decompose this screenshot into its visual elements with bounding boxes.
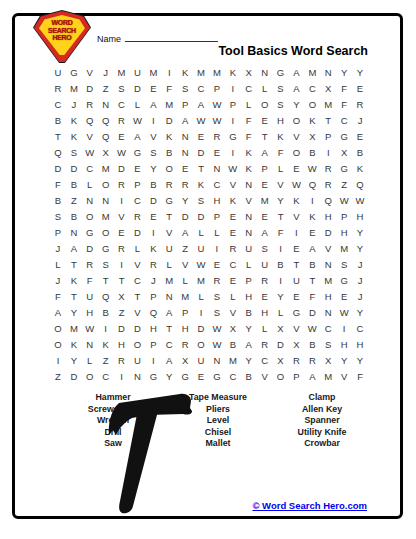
grid-cell-r13c4: S [98,257,114,273]
grid-cell-r11c1: P [50,224,66,240]
grid-cell-r5c9: N [177,128,193,144]
grid-cell-r3c3: R [82,96,98,112]
grid-cell-r8c17: Q [304,176,320,192]
grid-cell-r5c15: K [273,128,289,144]
grid-cell-r16c15: L [273,305,289,321]
grid-cell-r8c20: Q [352,176,368,192]
grid-cell-r7c19: G [336,160,352,176]
grid-cell-r11c18: D [320,224,336,240]
word-search-grid: UGVJMUMIKMMKXNGAMNYYRMDZSDEFSCPICLSACXFE… [50,64,368,385]
grid-cell-r8c4: O [98,176,114,192]
grid-cell-r20c1: Z [50,369,66,385]
grid-cell-r19c18: X [320,353,336,369]
page-title: Tool Basics Word Search [218,44,368,58]
grid-cell-r12c19: M [336,241,352,257]
grid-cell-r2c17: C [304,80,320,96]
grid-cell-r6c18: I [320,144,336,160]
grid-cell-r2c2: M [66,80,82,96]
grid-cell-r3c13: L [241,96,257,112]
grid-cell-r9c19: W [336,192,352,208]
grid-cell-r10c18: H [320,208,336,224]
grid-cell-r19c19: Y [336,353,352,369]
grid-cell-r14c2: K [66,273,82,289]
grid-cell-r19c1: I [50,353,66,369]
grid-cell-r5c20: E [352,128,368,144]
grid-cell-r18c20: H [352,337,368,353]
grid-cell-r7c17: W [304,160,320,176]
grid-cell-r19c9: X [177,353,193,369]
grid-cell-r5c18: P [320,128,336,144]
grid-cell-r9c14: M [257,192,273,208]
grid-cell-r7c9: E [177,160,193,176]
grid-cell-r3c6: L [129,96,145,112]
grid-cell-r12c9: Z [177,241,193,257]
grid-cell-r9c13: V [241,192,257,208]
grid-cell-r11c5: E [114,224,130,240]
grid-cell-r18c11: W [209,337,225,353]
grid-cell-r11c7: I [145,224,161,240]
grid-cell-r1c12: K [225,64,241,80]
grid-cell-r19c2: Y [66,353,82,369]
grid-cell-r17c14: L [257,321,273,337]
grid-cell-r10c17: K [304,208,320,224]
grid-cell-r18c12: B [225,337,241,353]
grid-cell-r7c1: D [50,160,66,176]
grid-cell-r13c13: L [241,257,257,273]
grid-cell-r2c20: E [352,80,368,96]
grid-cell-r20c3: O [82,369,98,385]
grid-cell-r20c4: C [98,369,114,385]
grid-cell-r19c20: Y [352,353,368,369]
grid-cell-r18c7: P [145,337,161,353]
grid-cell-r16c6: V [129,305,145,321]
grid-cell-r5c7: V [145,128,161,144]
grid-cell-r9c17: I [304,192,320,208]
grid-cell-r17c9: H [177,321,193,337]
grid-cell-r13c9: V [177,257,193,273]
grid-cell-r19c7: I [145,353,161,369]
hammer-illustration [92,387,214,515]
grid-cell-r3c18: M [320,96,336,112]
grid-cell-r18c6: O [129,337,145,353]
grid-cell-r15c16: E [288,289,304,305]
grid-cell-r3c1: C [50,96,66,112]
grid-cell-r12c12: R [225,241,241,257]
grid-cell-r7c16: E [288,160,304,176]
grid-cell-r18c14: R [257,337,273,353]
grid-cell-r5c11: R [209,128,225,144]
grid-cell-r1c2: G [66,64,82,80]
grid-cell-r3c12: P [225,96,241,112]
grid-cell-r10c7: E [145,208,161,224]
grid-cell-r18c13: A [241,337,257,353]
grid-cell-r17c7: H [145,321,161,337]
grid-cell-r14c10: M [193,273,209,289]
grid-cell-r13c20: J [352,257,368,273]
grid-cell-r19c3: L [82,353,98,369]
grid-cell-r11c3: G [82,224,98,240]
grid-cell-r14c13: P [241,273,257,289]
grid-cell-r3c16: Y [288,96,304,112]
grid-cell-r7c15: L [273,160,289,176]
grid-cell-r1c19: Y [336,64,352,80]
word-search-hero-logo: WORD SEARCH HERO [33,10,91,63]
grid-cell-r1c14: N [257,64,273,80]
grid-cell-r2c15: S [273,80,289,96]
grid-cell-r13c7: R [145,257,161,273]
grid-cell-r6c14: A [257,144,273,160]
logo-line-word: WORD [33,19,91,27]
grid-cell-r3c11: W [209,96,225,112]
grid-cell-r16c12: V [225,305,241,321]
grid-cell-r2c16: A [288,80,304,96]
grid-cell-r8c10: K [193,176,209,192]
grid-cell-r14c15: I [273,273,289,289]
grid-cell-r19c10: U [193,353,209,369]
grid-cell-r4c4: Q [98,112,114,128]
grid-cell-r15c13: H [241,289,257,305]
grid-cell-r20c5: I [114,369,130,385]
word-item: Allen Key [268,404,376,416]
grid-cell-r1c5: M [114,64,130,80]
grid-cell-r12c4: G [98,241,114,257]
grid-cell-r10c13: N [241,208,257,224]
grid-cell-r12c1: J [50,241,66,257]
grid-cell-r9c10: S [193,192,209,208]
grid-cell-r17c5: D [114,321,130,337]
grid-cell-r4c19: C [336,112,352,128]
grid-cell-r3c15: S [273,96,289,112]
grid-cell-r16c8: A [161,305,177,321]
grid-cell-r5c17: X [304,128,320,144]
grid-cell-r11c19: H [336,224,352,240]
grid-cell-r13c1: L [50,257,66,273]
grid-cell-r10c6: R [129,208,145,224]
grid-cell-r2c18: X [320,80,336,96]
grid-cell-r20c6: N [129,369,145,385]
grid-cell-r7c5: D [114,160,130,176]
grid-cell-r10c15: T [273,208,289,224]
grid-cell-r14c19: G [336,273,352,289]
grid-cell-r16c5: Z [114,305,130,321]
grid-cell-r4c20: J [352,112,368,128]
grid-cell-r1c9: K [177,64,193,80]
grid-cell-r14c12: E [225,273,241,289]
grid-cell-r5c1: T [50,128,66,144]
grid-cell-r13c19: S [336,257,352,273]
grid-cell-r16c7: Q [145,305,161,321]
grid-cell-r14c1: J [50,273,66,289]
grid-cell-r4c16: O [288,112,304,128]
grid-cell-r4c17: K [304,112,320,128]
grid-cell-r3c10: A [193,96,209,112]
grid-cell-r9c3: N [82,192,98,208]
grid-cell-r15c19: E [336,289,352,305]
name-label: Name [97,34,121,44]
grid-cell-r14c4: T [98,273,114,289]
grid-cell-r8c6: P [129,176,145,192]
grid-cell-r15c12: L [225,289,241,305]
grid-cell-r17c20: C [352,321,368,337]
grid-cell-r18c3: N [82,337,98,353]
grid-cell-r6c6: G [129,144,145,160]
grid-cell-r8c2: B [66,176,82,192]
grid-cell-r1c20: Y [352,64,368,80]
grid-cell-r5c5: E [114,128,130,144]
grid-cell-r1c15: G [273,64,289,80]
grid-cell-r17c2: M [66,321,82,337]
word-search-hero-link[interactable]: © Word Search Hero.com [252,500,367,511]
grid-cell-r17c8: T [161,321,177,337]
grid-cell-r17c11: W [209,321,225,337]
grid-cell-r1c10: M [193,64,209,80]
grid-cell-r19c8: A [161,353,177,369]
grid-cell-r17c16: V [288,321,304,337]
grid-cell-r3c14: O [257,96,273,112]
grid-cell-r20c15: O [273,369,289,385]
grid-cell-r17c3: W [82,321,98,337]
grid-cell-r11c17: E [304,224,320,240]
grid-cell-r5c19: G [336,128,352,144]
logo-line-search: SEARCH [33,27,91,35]
grid-cell-r3c7: A [145,96,161,112]
grid-cell-r3c20: R [352,96,368,112]
grid-cell-r11c9: A [177,224,193,240]
grid-cell-r20c7: G [145,369,161,385]
grid-cell-r12c16: E [288,241,304,257]
grid-cell-r9c8: G [161,192,177,208]
grid-cell-r7c4: M [98,160,114,176]
grid-cell-r6c11: E [209,144,225,160]
grid-cell-r14c11: R [209,273,225,289]
grid-cell-r14c5: T [114,273,130,289]
grid-cell-r18c18: S [320,337,336,353]
grid-cell-r12c11: I [209,241,225,257]
grid-cell-r6c16: O [288,144,304,160]
grid-cell-r19c17: R [304,353,320,369]
grid-cell-r1c17: M [304,64,320,80]
grid-cell-r6c4: X [98,144,114,160]
grid-cell-r19c4: Z [98,353,114,369]
grid-cell-r18c4: K [98,337,114,353]
grid-cell-r15c10: L [193,289,209,305]
grid-cell-r15c6: T [129,289,145,305]
grid-cell-r9c16: K [288,192,304,208]
grid-cell-r10c4: M [98,208,114,224]
grid-cell-r12c13: U [241,241,257,257]
grid-cell-r8c14: E [257,176,273,192]
grid-cell-r16c2: Y [66,305,82,321]
grid-cell-r6c10: D [193,144,209,160]
worksheet-page: { "game": "word_search", "title": "Tool … [0,0,416,539]
grid-cell-r12c6: L [129,241,145,257]
grid-cell-r10c8: T [161,208,177,224]
grid-cell-r11c16: I [288,224,304,240]
grid-cell-r7c11: N [209,160,225,176]
grid-cell-r1c3: V [82,64,98,80]
grid-cell-r7c12: W [225,160,241,176]
grid-cell-r17c4: I [98,321,114,337]
grid-cell-r15c9: M [177,289,193,305]
grid-cell-r4c14: E [257,112,273,128]
grid-cell-r20c16: P [288,369,304,385]
grid-cell-r2c3: D [82,80,98,96]
grid-cell-r14c7: J [145,273,161,289]
grid-cell-r11c12: E [225,224,241,240]
grid-cell-r16c19: W [336,305,352,321]
grid-cell-r10c3: O [82,208,98,224]
grid-cell-r6c13: K [241,144,257,160]
grid-cell-r11c2: N [66,224,82,240]
grid-cell-r2c9: S [177,80,193,96]
grid-cell-r6c19: X [336,144,352,160]
grid-cell-r16c17: D [304,305,320,321]
grid-cell-r10c1: S [50,208,66,224]
grid-cell-r8c9: R [177,176,193,192]
grid-cell-r10c5: V [114,208,130,224]
grid-cell-r5c2: K [66,128,82,144]
logo-text: WORD SEARCH HERO [33,19,91,42]
grid-cell-r12c5: R [114,241,130,257]
grid-cell-r17c10: D [193,321,209,337]
grid-cell-r2c1: R [50,80,66,96]
word-item: Crowbar [268,438,376,450]
word-item: Clamp [268,392,376,404]
grid-cell-r16c14: H [257,305,273,321]
grid-cell-r6c9: N [177,144,193,160]
grid-cell-r8c8: R [161,176,177,192]
grid-cell-r18c16: X [288,337,304,353]
grid-cell-r3c17: O [304,96,320,112]
grid-cell-r19c6: U [129,353,145,369]
grid-cell-r20c19: V [336,369,352,385]
grid-cell-r2c7: E [145,80,161,96]
grid-cell-r5c13: F [241,128,257,144]
grid-cell-r11c8: V [161,224,177,240]
grid-cell-r16c9: P [177,305,193,321]
grid-cell-r1c4: J [98,64,114,80]
grid-cell-r14c16: U [288,273,304,289]
grid-cell-r7c7: Y [145,160,161,176]
grid-cell-r15c8: N [161,289,177,305]
grid-cell-r17c18: C [320,321,336,337]
grid-cell-r3c2: J [66,96,82,112]
grid-cell-r20c20: F [352,369,368,385]
grid-cell-r11c15: F [273,224,289,240]
grid-cell-r13c18: N [320,257,336,273]
grid-cell-r7c8: O [161,160,177,176]
grid-cell-r7c20: K [352,160,368,176]
grid-cell-r11c6: D [129,224,145,240]
grid-cell-r2c19: F [336,80,352,96]
grid-cell-r10c11: P [209,208,225,224]
grid-cell-r4c15: H [273,112,289,128]
grid-cell-r2c5: S [114,80,130,96]
grid-cell-r6c15: F [273,144,289,160]
grid-cell-r6c20: B [352,144,368,160]
grid-cell-r1c1: U [50,64,66,80]
grid-cell-r4c10: W [193,112,209,128]
grid-cell-r19c12: M [225,353,241,369]
grid-cell-r17c17: W [304,321,320,337]
grid-cell-r13c5: I [114,257,130,273]
grid-cell-r5c4: Q [98,128,114,144]
grid-cell-r16c16: G [288,305,304,321]
grid-cell-r6c3: W [82,144,98,160]
grid-cell-r17c13: Y [241,321,257,337]
grid-cell-r15c17: F [304,289,320,305]
grid-cell-r13c2: T [66,257,82,273]
grid-cell-r19c13: Y [241,353,257,369]
word-item: Utility Knife [268,427,376,439]
grid-cell-r14c9: L [177,273,193,289]
grid-cell-r5c14: T [257,128,273,144]
grid-cell-r2c14: L [257,80,273,96]
grid-cell-r19c11: N [209,353,225,369]
grid-cell-r20c18: M [320,369,336,385]
grid-cell-r8c16: W [288,176,304,192]
grid-cell-r8c11: C [209,176,225,192]
grid-cell-r3c8: M [161,96,177,112]
grid-cell-r12c7: K [145,241,161,257]
grid-cell-r16c20: Y [352,305,368,321]
grid-cell-r10c2: B [66,208,82,224]
grid-cell-r2c4: Z [98,80,114,96]
grid-cell-r4c3: Q [82,112,98,128]
grid-cell-r8c7: B [145,176,161,192]
grid-cell-r4c9: A [177,112,193,128]
grid-cell-r2c6: D [129,80,145,96]
grid-cell-r13c16: T [288,257,304,273]
grid-cell-r17c15: X [273,321,289,337]
grid-cell-r8c12: V [225,176,241,192]
grid-cell-r16c13: B [241,305,257,321]
grid-cell-r14c14: R [257,273,273,289]
grid-cell-r8c15: V [273,176,289,192]
grid-cell-r14c18: M [320,273,336,289]
grid-cell-r4c11: W [209,112,225,128]
grid-cell-r4c18: T [320,112,336,128]
grid-cell-r18c17: B [304,337,320,353]
grid-cell-r1c8: I [161,64,177,80]
grid-cell-r15c14: E [257,289,273,305]
grid-cell-r5c3: V [82,128,98,144]
grid-cell-r4c5: R [114,112,130,128]
grid-cell-r15c4: Q [98,289,114,305]
grid-cell-r13c8: L [161,257,177,273]
grid-cell-r9c2: Z [66,192,82,208]
grid-cell-r14c6: C [129,273,145,289]
grid-cell-r10c9: D [177,208,193,224]
grid-cell-r16c10: I [193,305,209,321]
grid-cell-r12c8: U [161,241,177,257]
grid-cell-r9c9: Y [177,192,193,208]
grid-cell-r6c17: B [304,144,320,160]
grid-cell-r16c1: A [50,305,66,321]
grid-cell-r12c18: V [320,241,336,257]
grid-cell-r5c16: V [288,128,304,144]
grid-cell-r15c7: P [145,289,161,305]
grid-cell-r17c6: D [129,321,145,337]
grid-cell-r20c8: Y [161,369,177,385]
grid-cell-r16c3: H [82,305,98,321]
grid-cell-r10c10: D [193,208,209,224]
grid-cell-r17c12: X [225,321,241,337]
grid-cell-r7c10: T [193,160,209,176]
grid-cell-r11c10: L [193,224,209,240]
name-blank-line [125,32,218,42]
grid-cell-r6c5: W [114,144,130,160]
